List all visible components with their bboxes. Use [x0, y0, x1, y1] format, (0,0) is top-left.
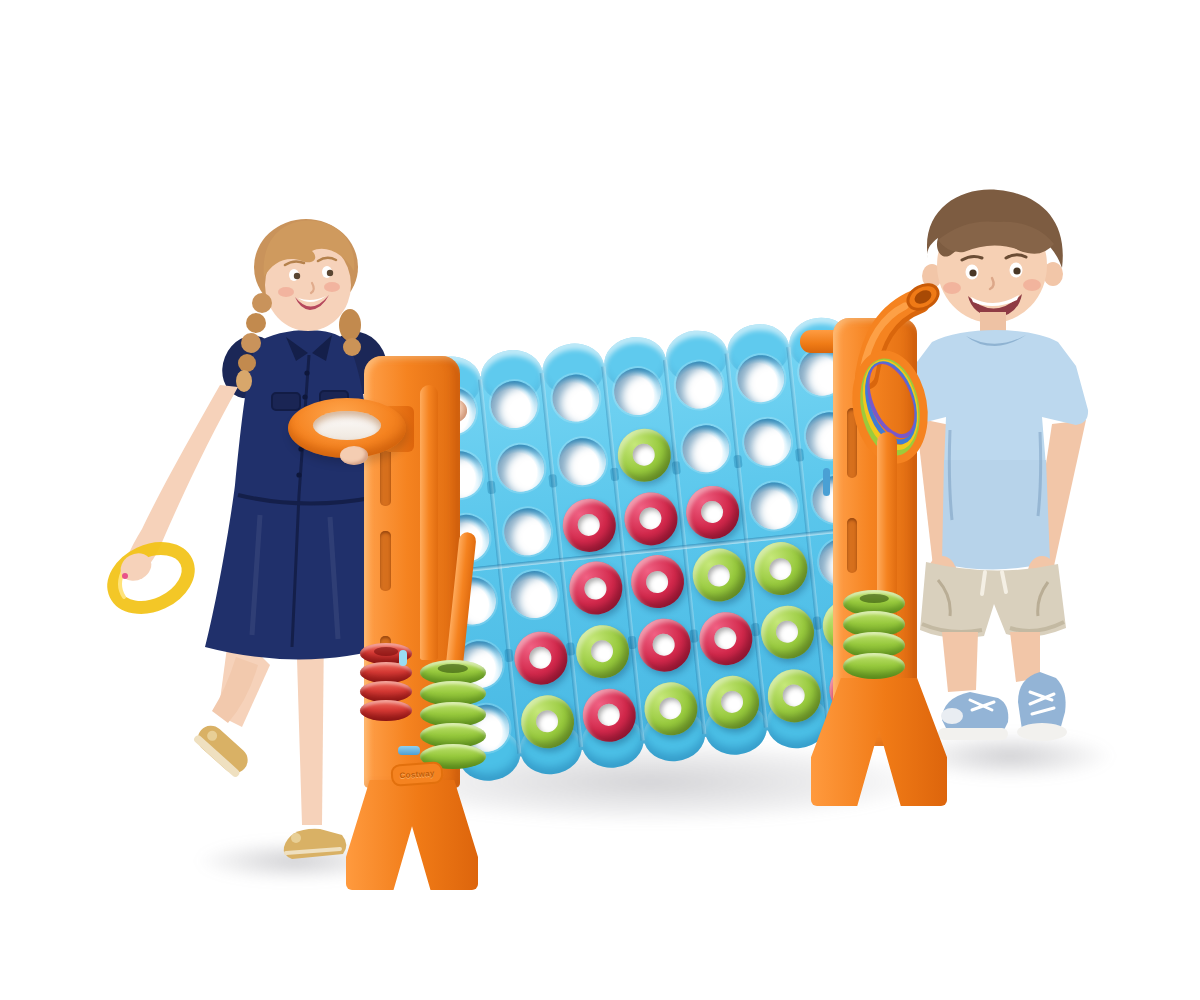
red-disc: [628, 553, 686, 611]
frame-slot: [380, 531, 391, 591]
boy-shoe-right: [1017, 672, 1067, 741]
empty-hole: [680, 423, 732, 475]
red-disc: [635, 616, 693, 674]
empty-hole: [550, 373, 602, 425]
red-disc: [696, 610, 754, 668]
green-disc: [518, 692, 576, 750]
cell-r2c4: [610, 420, 678, 490]
cell-r6c4: [636, 674, 704, 744]
red-toss-ring: [360, 681, 412, 702]
ring-toss-pole-left-back: [420, 385, 438, 660]
red-disc: [511, 629, 569, 687]
cell-r2c5: [671, 414, 739, 484]
cell-r1c3: [541, 364, 609, 434]
red-disc: [560, 496, 618, 554]
cell-r2c6: [733, 407, 801, 477]
latch-clip: [399, 650, 407, 666]
cell-r4c5: [685, 541, 753, 611]
brand-logo: Costway: [390, 761, 443, 787]
product-photo-stage: Costway: [0, 0, 1200, 1000]
empty-hole: [748, 480, 800, 532]
green-toss-ring: [843, 653, 905, 679]
cell-r5c2: [506, 623, 574, 693]
empty-hole: [508, 569, 560, 621]
cell-r2c3: [548, 427, 616, 497]
cell-r2c2: [486, 433, 554, 503]
empty-hole: [735, 353, 787, 405]
cell-r5c5: [691, 604, 759, 674]
cell-r6c3: [575, 680, 643, 750]
girl-painted-nail: [122, 573, 128, 579]
cell-r1c6: [726, 344, 794, 414]
brand-logo-text: Costway: [399, 768, 435, 779]
girl-shoe-bent: [193, 720, 253, 778]
green-disc: [690, 546, 748, 604]
empty-hole: [495, 442, 547, 494]
cell-r3c2: [493, 497, 561, 567]
boy-pupil-right: [1013, 267, 1020, 274]
frame-slot: [847, 518, 857, 573]
cell-r5c6: [753, 597, 821, 667]
yellow-ring: [104, 537, 198, 619]
girl-arm-with-ring: [104, 385, 238, 619]
cell-r1c4: [603, 357, 671, 427]
cell-r3c5: [678, 477, 746, 547]
green-ring-stack-left: [420, 660, 486, 769]
boy-cheek-right: [1023, 279, 1041, 291]
red-disc: [566, 559, 624, 617]
empty-hole: [673, 360, 725, 412]
girl-leg-standing: [284, 625, 347, 859]
empty-hole: [611, 366, 663, 418]
green-disc: [615, 426, 673, 484]
empty-hole: [556, 436, 608, 488]
cell-r6c2: [513, 687, 581, 757]
empty-hole: [741, 416, 793, 468]
cell-r5c4: [630, 610, 698, 680]
red-disc: [621, 489, 679, 547]
girl-arm-hanging: [126, 385, 238, 573]
cell-r1c2: [480, 370, 548, 440]
empty-hole: [488, 379, 540, 431]
latch-clip: [823, 468, 830, 496]
empty-hole: [501, 506, 553, 558]
red-disc: [580, 686, 638, 744]
cell-r4c4: [623, 547, 691, 617]
girl-fingertips: [340, 446, 368, 465]
hoop-hole: [313, 411, 381, 440]
boy-pupil-left: [969, 269, 976, 276]
cell-r3c4: [616, 484, 684, 554]
boy-leg-left: [942, 632, 978, 692]
cell-r3c6: [740, 471, 808, 541]
boy-shoe-left: [938, 692, 1008, 740]
cell-r3c3: [555, 490, 623, 560]
girl-braid-right: [339, 309, 361, 341]
cell-r4c6: [746, 534, 814, 604]
green-disc: [758, 603, 816, 661]
green-disc: [573, 623, 631, 681]
green-ring-stack-right: [843, 590, 905, 679]
red-disc: [683, 483, 741, 541]
cell-r4c3: [561, 554, 629, 624]
latch-clip: [398, 746, 420, 755]
green-disc: [751, 540, 809, 598]
red-toss-ring: [360, 700, 412, 721]
green-disc: [703, 673, 761, 731]
green-disc: [641, 679, 699, 737]
boy-tshirt-body: [942, 460, 1050, 570]
cell-r4c2: [500, 560, 568, 630]
cell-r6c5: [698, 667, 766, 737]
cell-r1c5: [665, 351, 733, 421]
cell-r5c3: [568, 617, 636, 687]
